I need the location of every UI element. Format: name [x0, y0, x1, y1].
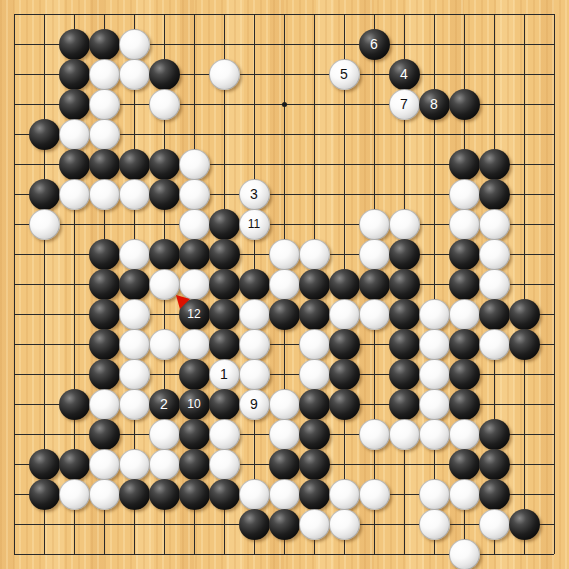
black-stone[interactable]: [209, 329, 240, 360]
white-stone[interactable]: [449, 479, 480, 510]
white-stone[interactable]: [389, 209, 420, 240]
white-stone[interactable]: [59, 479, 90, 510]
white-stone[interactable]: [239, 299, 270, 330]
black-stone[interactable]: [299, 419, 330, 450]
move-number-label: 1: [220, 367, 228, 381]
black-stone[interactable]: [149, 239, 180, 270]
black-stone[interactable]: [449, 329, 480, 360]
white-stone-move-1[interactable]: 1: [209, 359, 240, 390]
black-stone[interactable]: [89, 269, 120, 300]
black-stone-move-4[interactable]: 4: [389, 59, 420, 90]
white-stone[interactable]: [89, 449, 120, 480]
white-stone[interactable]: [179, 269, 210, 300]
black-stone[interactable]: [209, 269, 240, 300]
black-stone[interactable]: [299, 269, 330, 300]
black-stone[interactable]: [479, 179, 510, 210]
white-stone[interactable]: [269, 419, 300, 450]
black-stone[interactable]: [269, 449, 300, 480]
black-stone[interactable]: [89, 239, 120, 270]
black-stone[interactable]: [89, 359, 120, 390]
white-stone[interactable]: [239, 329, 270, 360]
black-stone[interactable]: [179, 479, 210, 510]
white-stone[interactable]: [59, 119, 90, 150]
black-stone[interactable]: [389, 299, 420, 330]
black-stone[interactable]: [449, 449, 480, 480]
black-stone[interactable]: [29, 479, 60, 510]
black-stone[interactable]: [509, 299, 540, 330]
black-stone[interactable]: [179, 449, 210, 480]
black-stone[interactable]: [299, 479, 330, 510]
white-stone[interactable]: [119, 389, 150, 420]
white-stone[interactable]: [419, 329, 450, 360]
move-number-label: 2: [160, 397, 168, 411]
black-stone-move-6[interactable]: 6: [359, 29, 390, 60]
white-stone[interactable]: [419, 359, 450, 390]
white-stone[interactable]: [359, 479, 390, 510]
white-stone[interactable]: [479, 329, 510, 360]
black-stone[interactable]: [329, 389, 360, 420]
black-stone[interactable]: [389, 239, 420, 270]
black-stone[interactable]: [299, 299, 330, 330]
black-stone[interactable]: [29, 449, 60, 480]
white-stone[interactable]: [329, 299, 360, 330]
white-stone[interactable]: [479, 239, 510, 270]
white-stone[interactable]: [269, 269, 300, 300]
white-stone[interactable]: [359, 209, 390, 240]
white-stone[interactable]: [119, 449, 150, 480]
white-stone[interactable]: [89, 119, 120, 150]
black-stone[interactable]: [449, 149, 480, 180]
black-stone[interactable]: [29, 119, 60, 150]
black-stone[interactable]: [59, 389, 90, 420]
black-stone[interactable]: [329, 329, 360, 360]
white-stone[interactable]: [149, 419, 180, 450]
grid-line-vertical: [524, 14, 525, 554]
black-stone[interactable]: [89, 29, 120, 60]
white-stone[interactable]: [449, 419, 480, 450]
black-stone[interactable]: [239, 509, 270, 540]
white-stone[interactable]: [119, 299, 150, 330]
white-stone[interactable]: [179, 179, 210, 210]
black-stone-move-2[interactable]: 2: [149, 389, 180, 420]
white-stone[interactable]: [329, 509, 360, 540]
black-stone[interactable]: [449, 89, 480, 120]
black-stone[interactable]: [209, 299, 240, 330]
move-number-label: 4: [400, 67, 408, 81]
black-stone[interactable]: [149, 59, 180, 90]
move-number-label: 8: [430, 97, 438, 111]
white-stone[interactable]: [479, 269, 510, 300]
white-stone[interactable]: [299, 509, 330, 540]
black-stone-move-8[interactable]: 8: [419, 89, 450, 120]
white-stone[interactable]: [209, 419, 240, 450]
black-stone[interactable]: [449, 359, 480, 390]
black-stone[interactable]: [209, 209, 240, 240]
black-stone[interactable]: [149, 179, 180, 210]
white-stone[interactable]: [299, 239, 330, 270]
move-number-label: 7: [400, 97, 408, 111]
white-stone[interactable]: [179, 329, 210, 360]
black-stone[interactable]: [89, 329, 120, 360]
black-stone[interactable]: [59, 89, 90, 120]
black-stone[interactable]: [479, 299, 510, 330]
white-stone[interactable]: [89, 89, 120, 120]
black-stone[interactable]: [89, 419, 120, 450]
black-stone-move-10[interactable]: 10: [179, 389, 210, 420]
white-stone[interactable]: [179, 209, 210, 240]
black-stone[interactable]: [149, 479, 180, 510]
white-stone[interactable]: [149, 89, 180, 120]
white-stone[interactable]: [149, 329, 180, 360]
white-stone[interactable]: [479, 509, 510, 540]
white-stone[interactable]: [329, 479, 360, 510]
white-stone[interactable]: [119, 239, 150, 270]
black-stone[interactable]: [449, 389, 480, 420]
black-stone[interactable]: [239, 269, 270, 300]
goban[interactable]: 654783111212109: [0, 0, 569, 569]
black-stone[interactable]: [479, 449, 510, 480]
black-stone[interactable]: [179, 419, 210, 450]
black-stone[interactable]: [149, 149, 180, 180]
white-stone[interactable]: [119, 29, 150, 60]
star-point: [282, 102, 287, 107]
black-stone[interactable]: [329, 359, 360, 390]
white-stone[interactable]: [419, 479, 450, 510]
white-stone[interactable]: [449, 179, 480, 210]
white-stone[interactable]: [449, 539, 480, 569]
white-stone[interactable]: [149, 449, 180, 480]
black-stone[interactable]: [299, 389, 330, 420]
white-stone[interactable]: [299, 329, 330, 360]
black-stone[interactable]: [269, 509, 300, 540]
move-number-label: 10: [187, 398, 200, 410]
move-number-label: 11: [248, 218, 260, 230]
black-stone[interactable]: [209, 479, 240, 510]
white-stone[interactable]: [359, 239, 390, 270]
black-stone[interactable]: [329, 269, 360, 300]
white-stone-move-3[interactable]: 3: [239, 179, 270, 210]
black-stone[interactable]: [509, 509, 540, 540]
white-stone[interactable]: [359, 299, 390, 330]
white-stone[interactable]: [119, 329, 150, 360]
black-stone[interactable]: [449, 269, 480, 300]
white-stone[interactable]: [119, 179, 150, 210]
black-stone[interactable]: [179, 359, 210, 390]
black-stone[interactable]: [479, 419, 510, 450]
white-stone-move-7[interactable]: 7: [389, 89, 420, 120]
white-stone[interactable]: [269, 479, 300, 510]
white-stone[interactable]: [449, 299, 480, 330]
white-stone[interactable]: [449, 209, 480, 240]
black-stone[interactable]: [269, 299, 300, 330]
black-stone[interactable]: [59, 59, 90, 90]
black-stone[interactable]: [509, 329, 540, 360]
white-stone[interactable]: [269, 389, 300, 420]
white-stone[interactable]: [419, 299, 450, 330]
white-stone[interactable]: [149, 269, 180, 300]
white-stone[interactable]: [479, 209, 510, 240]
white-stone-move-9[interactable]: 9: [239, 389, 270, 420]
black-stone[interactable]: [59, 149, 90, 180]
white-stone-move-11[interactable]: 11: [239, 209, 270, 240]
black-stone[interactable]: [359, 269, 390, 300]
grid-line-vertical: [554, 14, 555, 554]
move-number-label: 6: [370, 37, 378, 51]
white-stone[interactable]: [359, 419, 390, 450]
white-stone[interactable]: [29, 209, 60, 240]
black-stone[interactable]: [389, 389, 420, 420]
white-stone[interactable]: [209, 59, 240, 90]
white-stone[interactable]: [209, 449, 240, 480]
black-stone[interactable]: [479, 149, 510, 180]
white-stone[interactable]: [89, 479, 120, 510]
black-stone[interactable]: [179, 239, 210, 270]
black-stone[interactable]: [29, 179, 60, 210]
black-stone[interactable]: [59, 449, 90, 480]
move-number-label: 9: [250, 397, 258, 411]
move-number-label: 5: [340, 67, 348, 81]
black-stone[interactable]: [119, 269, 150, 300]
white-stone[interactable]: [419, 389, 450, 420]
black-stone[interactable]: [209, 239, 240, 270]
black-stone[interactable]: [389, 269, 420, 300]
black-stone[interactable]: [389, 329, 420, 360]
white-stone[interactable]: [299, 359, 330, 390]
black-stone[interactable]: [209, 389, 240, 420]
black-stone[interactable]: [119, 149, 150, 180]
black-stone[interactable]: [389, 359, 420, 390]
white-stone[interactable]: [239, 479, 270, 510]
white-stone[interactable]: [119, 359, 150, 390]
black-stone[interactable]: [299, 449, 330, 480]
white-stone[interactable]: [419, 419, 450, 450]
white-stone[interactable]: [419, 509, 450, 540]
black-stone[interactable]: [59, 29, 90, 60]
white-stone[interactable]: [89, 389, 120, 420]
white-stone[interactable]: [239, 359, 270, 390]
white-stone[interactable]: [179, 149, 210, 180]
move-number-label: 3: [250, 187, 258, 201]
white-stone-move-5[interactable]: 5: [329, 59, 360, 90]
black-stone[interactable]: [119, 479, 150, 510]
white-stone[interactable]: [89, 59, 120, 90]
white-stone[interactable]: [89, 179, 120, 210]
white-stone[interactable]: [59, 179, 90, 210]
white-stone[interactable]: [389, 419, 420, 450]
move-number-label: 12: [187, 308, 200, 320]
black-stone[interactable]: [479, 479, 510, 510]
white-stone[interactable]: [119, 59, 150, 90]
black-stone[interactable]: [89, 299, 120, 330]
black-stone[interactable]: [89, 149, 120, 180]
white-stone[interactable]: [269, 239, 300, 270]
black-stone[interactable]: [449, 239, 480, 270]
